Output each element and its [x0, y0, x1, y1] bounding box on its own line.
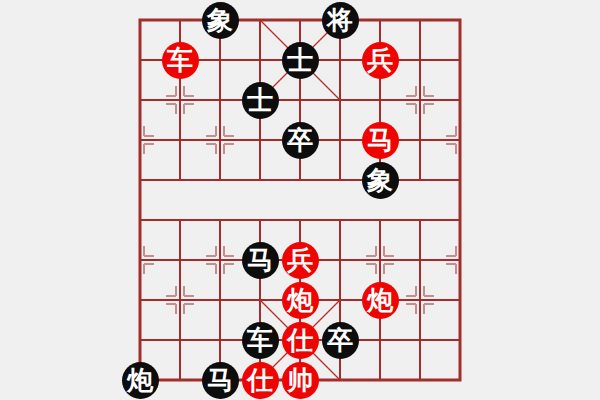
piece-red-advisor[interactable]: 仕: [282, 322, 319, 359]
piece-red-general[interactable]: 帅: [282, 362, 319, 399]
piece-black-cannon[interactable]: 炮: [122, 362, 159, 399]
piece-red-soldier[interactable]: 兵: [282, 242, 319, 279]
piece-black-horse[interactable]: 马: [242, 242, 279, 279]
piece-black-general[interactable]: 将: [322, 2, 359, 39]
xiangqi-board: 象将车士兵士卒马象马兵炮炮车仕卒炮马仕帅: [0, 0, 600, 400]
piece-black-advisor[interactable]: 士: [242, 82, 279, 119]
piece-black-chariot[interactable]: 车: [242, 322, 279, 359]
piece-black-horse[interactable]: 马: [202, 362, 239, 399]
piece-red-horse[interactable]: 马: [362, 122, 399, 159]
piece-red-soldier[interactable]: 兵: [362, 42, 399, 79]
piece-red-advisor[interactable]: 仕: [242, 362, 279, 399]
piece-red-cannon[interactable]: 炮: [282, 282, 319, 319]
piece-black-soldier[interactable]: 卒: [322, 322, 359, 359]
piece-black-soldier[interactable]: 卒: [282, 122, 319, 159]
piece-red-cannon[interactable]: 炮: [362, 282, 399, 319]
pieces-layer: 象将车士兵士卒马象马兵炮炮车仕卒炮马仕帅: [120, 0, 480, 400]
piece-black-advisor[interactable]: 士: [282, 42, 319, 79]
piece-black-elephant[interactable]: 象: [202, 2, 239, 39]
piece-black-elephant[interactable]: 象: [362, 162, 399, 199]
piece-red-chariot[interactable]: 车: [162, 42, 199, 79]
